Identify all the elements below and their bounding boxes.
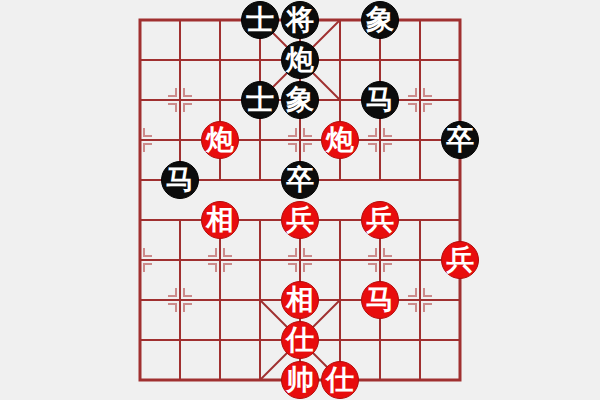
board-point[interactable]	[320, 0, 360, 40]
board-point[interactable]: 炮	[320, 120, 360, 160]
piece-black-elephant[interactable]: 象	[361, 1, 399, 39]
board-point[interactable]: 仕	[320, 360, 360, 400]
board-point[interactable]: 兵	[280, 200, 320, 240]
board-point[interactable]: 士	[240, 0, 280, 40]
board-point[interactable]	[360, 240, 400, 280]
xiangqi-board: 士将象炮士象马炮炮卒马卒相兵兵兵相马仕帅仕	[0, 0, 600, 400]
board-point[interactable]	[400, 160, 440, 200]
board-point[interactable]	[400, 0, 440, 40]
board-point[interactable]: 卒	[280, 160, 320, 200]
board-point[interactable]: 炮	[280, 40, 320, 80]
piece-black-advisor[interactable]: 士	[241, 1, 279, 39]
piece-red-soldier[interactable]: 兵	[281, 201, 319, 239]
board-point[interactable]: 将	[280, 0, 320, 40]
board-point[interactable]	[240, 120, 280, 160]
board-point[interactable]: 士	[240, 80, 280, 120]
board-point[interactable]: 马	[360, 280, 400, 320]
board-point[interactable]	[120, 80, 160, 120]
board-point[interactable]	[280, 240, 320, 280]
board-point[interactable]: 马	[360, 80, 400, 120]
board-point[interactable]	[440, 160, 480, 200]
piece-black-horse[interactable]: 马	[161, 161, 199, 199]
board-point[interactable]: 卒	[440, 120, 480, 160]
board-point[interactable]	[320, 280, 360, 320]
board-point[interactable]	[200, 160, 240, 200]
board-point[interactable]	[120, 0, 160, 40]
board-point[interactable]	[360, 320, 400, 360]
board-point[interactable]	[240, 360, 280, 400]
board-point[interactable]	[280, 120, 320, 160]
piece-black-soldier[interactable]: 卒	[441, 121, 479, 159]
piece-red-cannon[interactable]: 炮	[321, 121, 359, 159]
board-point[interactable]	[320, 200, 360, 240]
board-point[interactable]	[320, 320, 360, 360]
board-point[interactable]: 马	[160, 160, 200, 200]
piece-black-elephant[interactable]: 象	[281, 81, 319, 119]
board-point[interactable]	[240, 320, 280, 360]
board-point[interactable]	[360, 40, 400, 80]
board-point[interactable]	[120, 320, 160, 360]
board-point[interactable]	[160, 0, 200, 40]
board-point[interactable]: 兵	[440, 240, 480, 280]
piece-black-horse[interactable]: 马	[361, 81, 399, 119]
board-point[interactable]	[160, 80, 200, 120]
board-point[interactable]	[320, 240, 360, 280]
board-point[interactable]	[120, 360, 160, 400]
board-point[interactable]: 仕	[280, 320, 320, 360]
piece-black-soldier[interactable]: 卒	[281, 161, 319, 199]
piece-red-soldier[interactable]: 兵	[441, 241, 479, 279]
board-point[interactable]	[440, 320, 480, 360]
board-point[interactable]	[440, 200, 480, 240]
board-point[interactable]	[160, 40, 200, 80]
board-point[interactable]	[160, 280, 200, 320]
board-point[interactable]	[240, 160, 280, 200]
board-points-grid: 士将象炮士象马炮炮卒马卒相兵兵兵相马仕帅仕	[120, 0, 480, 400]
board-point[interactable]: 相	[200, 200, 240, 240]
board-point[interactable]: 炮	[200, 120, 240, 160]
piece-red-advisor[interactable]: 仕	[321, 361, 359, 399]
piece-red-cannon[interactable]: 炮	[201, 121, 239, 159]
board-point[interactable]	[160, 320, 200, 360]
board-point[interactable]: 帅	[280, 360, 320, 400]
board-point[interactable]	[120, 200, 160, 240]
board-point[interactable]	[360, 160, 400, 200]
board-point[interactable]	[200, 240, 240, 280]
board-point[interactable]	[200, 0, 240, 40]
board-point[interactable]	[440, 80, 480, 120]
board-point[interactable]	[400, 200, 440, 240]
piece-red-elephant[interactable]: 相	[201, 201, 239, 239]
board-point[interactable]	[200, 360, 240, 400]
board-point[interactable]	[320, 160, 360, 200]
board-point[interactable]	[360, 120, 400, 160]
board-point[interactable]: 象	[360, 0, 400, 40]
board-point[interactable]: 兵	[360, 200, 400, 240]
board-point[interactable]	[200, 80, 240, 120]
board-point[interactable]	[240, 280, 280, 320]
piece-black-cannon[interactable]: 炮	[281, 41, 319, 79]
board-point[interactable]: 象	[280, 80, 320, 120]
board-point[interactable]	[240, 200, 280, 240]
board-point[interactable]	[200, 40, 240, 80]
board-point[interactable]	[400, 240, 440, 280]
board-point[interactable]	[440, 0, 480, 40]
board-point[interactable]	[400, 280, 440, 320]
board-point[interactable]	[200, 280, 240, 320]
board-point[interactable]	[160, 120, 200, 160]
piece-red-advisor[interactable]: 仕	[281, 321, 319, 359]
piece-red-horse[interactable]: 马	[361, 281, 399, 319]
board-point[interactable]	[400, 120, 440, 160]
board-point[interactable]	[400, 320, 440, 360]
board-point[interactable]	[440, 40, 480, 80]
board-point[interactable]	[120, 160, 160, 200]
board-point[interactable]	[240, 240, 280, 280]
piece-black-general[interactable]: 将	[281, 1, 319, 39]
board-point[interactable]: 相	[280, 280, 320, 320]
piece-red-elephant[interactable]: 相	[281, 281, 319, 319]
piece-red-general[interactable]: 帅	[281, 361, 319, 399]
board-point[interactable]	[400, 360, 440, 400]
board-point[interactable]	[400, 80, 440, 120]
piece-red-soldier[interactable]: 兵	[361, 201, 399, 239]
board-point[interactable]	[160, 240, 200, 280]
board-point[interactable]	[440, 360, 480, 400]
board-point[interactable]	[320, 40, 360, 80]
board-point[interactable]	[160, 360, 200, 400]
board-point[interactable]	[160, 200, 200, 240]
board-point[interactable]	[240, 40, 280, 80]
board-point[interactable]	[200, 320, 240, 360]
board-point[interactable]	[320, 80, 360, 120]
board-point[interactable]	[360, 360, 400, 400]
board-point[interactable]	[120, 280, 160, 320]
board-point[interactable]	[120, 40, 160, 80]
board-point[interactable]	[120, 120, 160, 160]
board-point[interactable]	[400, 40, 440, 80]
piece-black-advisor[interactable]: 士	[241, 81, 279, 119]
board-point[interactable]	[120, 240, 160, 280]
board-point[interactable]	[440, 280, 480, 320]
